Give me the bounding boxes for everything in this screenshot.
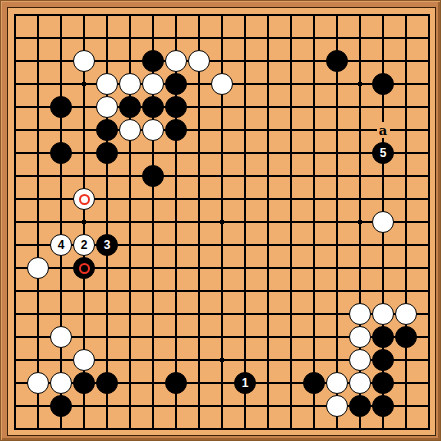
board-point [349,280,372,303]
board-point [4,418,27,441]
black-stone [142,165,164,187]
board-point [372,73,395,96]
board-point [211,4,234,27]
board-point [142,27,165,50]
board-point [27,349,50,372]
board-point [4,50,27,73]
board-point [27,73,50,96]
board-point [303,211,326,234]
white-stone [326,372,348,394]
board-point [50,96,73,119]
board-point [188,188,211,211]
white-stone: 4 [50,234,72,256]
board-point [211,418,234,441]
board-point [96,119,119,142]
board-point [280,142,303,165]
board-point [211,234,234,257]
board-point [142,372,165,395]
board-point [211,27,234,50]
board-point [142,50,165,73]
board-point [119,73,142,96]
board-point [349,418,372,441]
black-stone [96,142,118,164]
board-point [4,4,27,27]
board-point [27,418,50,441]
board-point [234,73,257,96]
board-point [349,50,372,73]
board-point [395,142,418,165]
board-point [303,119,326,142]
board-point [257,418,280,441]
board-point [326,326,349,349]
board-point [395,234,418,257]
board-point [27,96,50,119]
board-point [27,372,50,395]
board-point [418,211,441,234]
board-point [27,119,50,142]
board-point [188,4,211,27]
board-point [142,142,165,165]
board-point [395,4,418,27]
board-point [280,4,303,27]
board-point [303,142,326,165]
board-point [234,27,257,50]
board-point [257,372,280,395]
board-point [50,395,73,418]
board-point [211,50,234,73]
board-point [349,234,372,257]
board-point [188,280,211,303]
board-point [395,257,418,280]
board-point [119,418,142,441]
black-stone [372,73,394,95]
move-number-label: 3 [104,239,111,251]
board-point [257,280,280,303]
board-point [188,211,211,234]
white-stone [73,349,95,371]
white-stone [395,303,417,325]
board-point [96,372,119,395]
board-point [349,4,372,27]
black-stone [395,326,417,348]
board-point [418,188,441,211]
board-point [50,303,73,326]
board-point [303,73,326,96]
board-point [211,372,234,395]
board-point [165,257,188,280]
black-stone [50,142,72,164]
board-point [395,349,418,372]
board-point [165,418,188,441]
board-point [142,188,165,211]
board-point [211,257,234,280]
board-point [372,27,395,50]
black-stone [142,96,164,118]
board-point [165,188,188,211]
go-board-frame: a54231 [0,0,441,441]
board-point [303,234,326,257]
board-point [234,326,257,349]
board-point [27,395,50,418]
board-point [303,27,326,50]
board-point [372,303,395,326]
board-point [349,188,372,211]
black-stone [165,119,187,141]
black-stone [50,395,72,417]
white-stone [96,96,118,118]
board-point [96,27,119,50]
board-point [234,165,257,188]
board-point [188,326,211,349]
board-point [142,73,165,96]
board-point [119,165,142,188]
board-point [280,280,303,303]
board-point [372,418,395,441]
board-point [234,303,257,326]
board-point [418,349,441,372]
board-point [395,50,418,73]
board-point [280,73,303,96]
board-point [188,257,211,280]
board-point [303,96,326,119]
board-point [257,142,280,165]
board-point [418,418,441,441]
board-point [326,303,349,326]
board-point [50,372,73,395]
black-stone [96,119,118,141]
board-point [50,4,73,27]
board-point [395,188,418,211]
board-point [142,395,165,418]
board-point [303,303,326,326]
board-point [27,303,50,326]
board-point [326,27,349,50]
board-point [372,372,395,395]
board-point [165,50,188,73]
white-stone [211,73,233,95]
board-point [142,4,165,27]
board-point [349,303,372,326]
board-point [165,211,188,234]
board-point [234,395,257,418]
board-point [188,418,211,441]
point-label: a [377,122,390,138]
board-point [234,50,257,73]
board-point [395,280,418,303]
board-point [27,50,50,73]
board-point [211,211,234,234]
black-stone: 5 [372,142,394,164]
board-point [165,27,188,50]
board-point [326,257,349,280]
board-point [96,165,119,188]
board-point [211,326,234,349]
board-point [280,234,303,257]
board-point [165,326,188,349]
white-stone [165,50,187,72]
board-point [372,234,395,257]
board-point [349,142,372,165]
black-stone [73,257,95,279]
board-point [326,211,349,234]
board-point [418,234,441,257]
board-point [234,257,257,280]
board-point [257,257,280,280]
board-point [73,257,96,280]
white-stone [188,50,210,72]
board-point [280,395,303,418]
board-point [4,27,27,50]
board-point [27,234,50,257]
white-stone [50,326,72,348]
board-point [211,188,234,211]
board-point [119,395,142,418]
board-point [4,73,27,96]
board-point [73,142,96,165]
board-point: 4 [50,234,73,257]
white-stone [349,303,371,325]
board-point [234,234,257,257]
board-point [27,326,50,349]
board-point [280,257,303,280]
board-point [96,73,119,96]
black-stone [372,349,394,371]
board-point [96,50,119,73]
board-point [50,119,73,142]
board-point [27,188,50,211]
board-point [395,372,418,395]
board-point [165,119,188,142]
board-point [234,211,257,234]
board-point [188,96,211,119]
white-stone [96,73,118,95]
white-stone [326,395,348,417]
board-point [349,211,372,234]
black-stone [142,50,164,72]
board-point [326,188,349,211]
board-point [280,50,303,73]
board-point [27,165,50,188]
board-point: a [372,119,395,142]
white-stone [142,73,164,95]
board-point [349,73,372,96]
board-point [50,211,73,234]
white-stone: 2 [73,234,95,256]
board-point [257,211,280,234]
board-point [119,27,142,50]
board-point [142,165,165,188]
board-point [73,119,96,142]
board-point [395,165,418,188]
board-point [27,142,50,165]
board-point [211,280,234,303]
board-point [326,119,349,142]
board-point [211,303,234,326]
board-point [73,349,96,372]
board-point [211,142,234,165]
board-point [303,165,326,188]
board-point [395,27,418,50]
board-point [27,257,50,280]
board-point [211,96,234,119]
board-point [73,73,96,96]
board-point [73,165,96,188]
board-point [142,418,165,441]
board-point [418,303,441,326]
board-point [372,326,395,349]
board-point [280,372,303,395]
board-point [165,234,188,257]
board-point [4,303,27,326]
board-point [280,165,303,188]
board-point [234,349,257,372]
white-stone [119,119,141,141]
board-point [257,119,280,142]
board-point [280,349,303,372]
board-point [326,165,349,188]
board-point [326,73,349,96]
board-point [349,165,372,188]
white-stone [142,119,164,141]
board-point [326,280,349,303]
board-point [280,418,303,441]
board-point [50,326,73,349]
board-point [50,73,73,96]
board-point [303,326,326,349]
board-point [142,257,165,280]
board-point [418,50,441,73]
board-point [280,326,303,349]
board-point [119,349,142,372]
white-stone [27,372,49,394]
board-point [142,349,165,372]
board-point [96,142,119,165]
board-point [96,211,119,234]
board-point [165,73,188,96]
board-point [4,119,27,142]
board-point [326,418,349,441]
board-point [257,96,280,119]
board-point [96,280,119,303]
board-point [50,27,73,50]
board-point [326,234,349,257]
board-point [50,142,73,165]
board-point [280,96,303,119]
board-point [188,349,211,372]
board-point [96,96,119,119]
board-point [211,395,234,418]
board-point [50,349,73,372]
board-point [234,418,257,441]
board-point [119,280,142,303]
board-point [27,280,50,303]
board-point [4,372,27,395]
board-point [418,372,441,395]
board-point [119,50,142,73]
board-point [188,165,211,188]
board-point [280,188,303,211]
board-point [4,257,27,280]
board-point [188,395,211,418]
board-point [96,349,119,372]
circle-marker [79,194,90,205]
board-point [303,257,326,280]
board-point [234,188,257,211]
board-point [165,4,188,27]
board-point [303,395,326,418]
board-point [73,418,96,441]
board-point [395,303,418,326]
board-point [142,326,165,349]
board-point [372,395,395,418]
board-point [372,165,395,188]
black-stone [165,73,187,95]
board-point [234,96,257,119]
board-point [326,142,349,165]
board-points-layer: a54231 [4,4,441,441]
board-point [234,142,257,165]
board-point [372,280,395,303]
board-point [73,4,96,27]
board-point [349,395,372,418]
board-point: 1 [234,372,257,395]
board-point [395,211,418,234]
board-point [119,119,142,142]
board-point [395,96,418,119]
black-stone [50,96,72,118]
board-point [119,211,142,234]
board-point [142,211,165,234]
board-point [4,395,27,418]
board-point [326,395,349,418]
white-stone [372,211,394,233]
board-point [395,395,418,418]
board-point [395,326,418,349]
board-point [418,4,441,27]
move-number-label: 2 [81,239,88,251]
board-point [165,395,188,418]
board-point [280,211,303,234]
board-point [73,303,96,326]
board-point [303,349,326,372]
board-point [27,4,50,27]
black-stone [73,372,95,394]
board-point [4,234,27,257]
board-point [165,165,188,188]
board-point [27,211,50,234]
board-point [349,326,372,349]
board-point [211,349,234,372]
black-stone: 3 [96,234,118,256]
board-point [188,27,211,50]
board-point [4,211,27,234]
board-point [234,4,257,27]
board-point [96,303,119,326]
board-point [257,303,280,326]
board-point [142,280,165,303]
board-point [142,119,165,142]
board-point [303,418,326,441]
board-point [165,349,188,372]
go-board: a54231 [7,7,436,436]
board-point [303,280,326,303]
board-point [349,257,372,280]
board-point [165,372,188,395]
board-point [395,73,418,96]
black-stone [372,395,394,417]
board-point [257,234,280,257]
board-point [349,119,372,142]
